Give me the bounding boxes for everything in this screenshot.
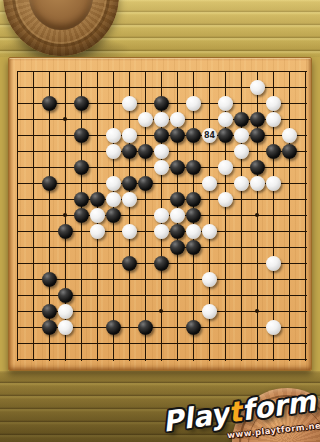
intersection-Q12[interactable] <box>250 176 266 192</box>
intersection-Q13[interactable] <box>250 160 266 176</box>
intersection-P1[interactable] <box>234 352 250 368</box>
intersection-B9[interactable] <box>26 224 42 240</box>
intersection-N13[interactable] <box>202 160 218 176</box>
intersection-C4[interactable] <box>42 304 58 320</box>
intersection-O17[interactable] <box>218 96 234 112</box>
intersection-R16[interactable] <box>266 112 282 128</box>
intersection-A17[interactable] <box>10 96 26 112</box>
intersection-E4[interactable] <box>74 304 90 320</box>
intersection-B7[interactable] <box>26 256 42 272</box>
intersection-K1[interactable] <box>154 352 170 368</box>
intersection-G9[interactable] <box>106 224 122 240</box>
intersection-J9[interactable] <box>138 224 154 240</box>
intersection-K11[interactable] <box>154 192 170 208</box>
intersection-J7[interactable] <box>138 256 154 272</box>
intersection-T18[interactable] <box>298 80 314 96</box>
intersection-F12[interactable] <box>90 176 106 192</box>
intersection-C14[interactable] <box>42 144 58 160</box>
intersection-J17[interactable] <box>138 96 154 112</box>
intersection-F2[interactable] <box>90 336 106 352</box>
intersection-C7[interactable] <box>42 256 58 272</box>
intersection-E8[interactable] <box>74 240 90 256</box>
intersection-C13[interactable] <box>42 160 58 176</box>
intersection-K10[interactable] <box>154 208 170 224</box>
intersection-N15[interactable]: 84 <box>202 128 218 144</box>
intersection-P2[interactable] <box>234 336 250 352</box>
intersection-M15[interactable] <box>186 128 202 144</box>
intersection-F14[interactable] <box>90 144 106 160</box>
intersection-K3[interactable] <box>154 320 170 336</box>
intersection-N4[interactable] <box>202 304 218 320</box>
intersection-T17[interactable] <box>298 96 314 112</box>
intersection-N8[interactable] <box>202 240 218 256</box>
intersection-B14[interactable] <box>26 144 42 160</box>
intersection-J2[interactable] <box>138 336 154 352</box>
intersection-R5[interactable] <box>266 288 282 304</box>
intersection-M3[interactable] <box>186 320 202 336</box>
intersection-J16[interactable] <box>138 112 154 128</box>
intersection-P16[interactable] <box>234 112 250 128</box>
intersection-Q7[interactable] <box>250 256 266 272</box>
intersection-O13[interactable] <box>218 160 234 176</box>
intersection-E13[interactable] <box>74 160 90 176</box>
intersection-D4[interactable] <box>58 304 74 320</box>
intersection-H13[interactable] <box>122 160 138 176</box>
intersection-G5[interactable] <box>106 288 122 304</box>
intersection-F4[interactable] <box>90 304 106 320</box>
intersection-G13[interactable] <box>106 160 122 176</box>
intersection-L8[interactable] <box>170 240 186 256</box>
intersection-G17[interactable] <box>106 96 122 112</box>
intersection-R1[interactable] <box>266 352 282 368</box>
intersection-M18[interactable] <box>186 80 202 96</box>
intersection-J4[interactable] <box>138 304 154 320</box>
intersection-H12[interactable] <box>122 176 138 192</box>
intersection-C5[interactable] <box>42 288 58 304</box>
intersection-C11[interactable] <box>42 192 58 208</box>
intersection-F19[interactable] <box>90 64 106 80</box>
intersection-T6[interactable] <box>298 272 314 288</box>
intersection-A18[interactable] <box>10 80 26 96</box>
intersection-G19[interactable] <box>106 64 122 80</box>
intersection-H17[interactable] <box>122 96 138 112</box>
intersection-T14[interactable] <box>298 144 314 160</box>
intersection-O3[interactable] <box>218 320 234 336</box>
intersection-L2[interactable] <box>170 336 186 352</box>
intersection-C8[interactable] <box>42 240 58 256</box>
intersection-E2[interactable] <box>74 336 90 352</box>
intersection-B10[interactable] <box>26 208 42 224</box>
intersection-F9[interactable] <box>90 224 106 240</box>
intersection-M2[interactable] <box>186 336 202 352</box>
intersection-D15[interactable] <box>58 128 74 144</box>
intersection-R15[interactable] <box>266 128 282 144</box>
intersection-S2[interactable] <box>282 336 298 352</box>
intersection-J19[interactable] <box>138 64 154 80</box>
intersection-J1[interactable] <box>138 352 154 368</box>
intersection-H7[interactable] <box>122 256 138 272</box>
intersection-B17[interactable] <box>26 96 42 112</box>
intersection-C17[interactable] <box>42 96 58 112</box>
intersection-H14[interactable] <box>122 144 138 160</box>
intersection-K6[interactable] <box>154 272 170 288</box>
intersection-F16[interactable] <box>90 112 106 128</box>
intersection-Q5[interactable] <box>250 288 266 304</box>
intersection-D10[interactable] <box>58 208 74 224</box>
intersection-N16[interactable] <box>202 112 218 128</box>
intersection-T9[interactable] <box>298 224 314 240</box>
intersection-S12[interactable] <box>282 176 298 192</box>
intersection-F3[interactable] <box>90 320 106 336</box>
intersection-O19[interactable] <box>218 64 234 80</box>
intersection-M1[interactable] <box>186 352 202 368</box>
intersection-L4[interactable] <box>170 304 186 320</box>
intersection-R8[interactable] <box>266 240 282 256</box>
intersection-S1[interactable] <box>282 352 298 368</box>
intersection-D18[interactable] <box>58 80 74 96</box>
intersection-E7[interactable] <box>74 256 90 272</box>
intersection-S15[interactable] <box>282 128 298 144</box>
intersection-T15[interactable] <box>298 128 314 144</box>
intersection-P4[interactable] <box>234 304 250 320</box>
intersection-R19[interactable] <box>266 64 282 80</box>
intersection-L9[interactable] <box>170 224 186 240</box>
intersection-J5[interactable] <box>138 288 154 304</box>
intersection-M6[interactable] <box>186 272 202 288</box>
intersection-D14[interactable] <box>58 144 74 160</box>
intersection-G6[interactable] <box>106 272 122 288</box>
intersection-H2[interactable] <box>122 336 138 352</box>
intersection-K9[interactable] <box>154 224 170 240</box>
intersection-H10[interactable] <box>122 208 138 224</box>
intersection-E5[interactable] <box>74 288 90 304</box>
intersection-E14[interactable] <box>74 144 90 160</box>
intersection-K15[interactable] <box>154 128 170 144</box>
intersection-S14[interactable] <box>282 144 298 160</box>
intersection-O1[interactable] <box>218 352 234 368</box>
intersection-K18[interactable] <box>154 80 170 96</box>
intersection-N17[interactable] <box>202 96 218 112</box>
intersection-J8[interactable] <box>138 240 154 256</box>
intersection-P3[interactable] <box>234 320 250 336</box>
intersection-S11[interactable] <box>282 192 298 208</box>
intersection-F1[interactable] <box>90 352 106 368</box>
intersection-A8[interactable] <box>10 240 26 256</box>
intersection-Q18[interactable] <box>250 80 266 96</box>
intersection-G8[interactable] <box>106 240 122 256</box>
intersection-F10[interactable] <box>90 208 106 224</box>
intersection-K7[interactable] <box>154 256 170 272</box>
intersection-N10[interactable] <box>202 208 218 224</box>
intersection-G15[interactable] <box>106 128 122 144</box>
intersection-R6[interactable] <box>266 272 282 288</box>
intersection-K5[interactable] <box>154 288 170 304</box>
intersection-L5[interactable] <box>170 288 186 304</box>
intersection-L14[interactable] <box>170 144 186 160</box>
intersection-F15[interactable] <box>90 128 106 144</box>
intersection-C3[interactable] <box>42 320 58 336</box>
intersection-Q8[interactable] <box>250 240 266 256</box>
intersection-J18[interactable] <box>138 80 154 96</box>
intersection-G10[interactable] <box>106 208 122 224</box>
intersection-L12[interactable] <box>170 176 186 192</box>
intersection-R17[interactable] <box>266 96 282 112</box>
intersection-P14[interactable] <box>234 144 250 160</box>
intersection-B1[interactable] <box>26 352 42 368</box>
intersection-C10[interactable] <box>42 208 58 224</box>
intersection-D8[interactable] <box>58 240 74 256</box>
intersection-L16[interactable] <box>170 112 186 128</box>
intersection-N7[interactable] <box>202 256 218 272</box>
intersection-E10[interactable] <box>74 208 90 224</box>
intersection-E6[interactable] <box>74 272 90 288</box>
intersection-B2[interactable] <box>26 336 42 352</box>
intersection-K4[interactable] <box>154 304 170 320</box>
intersection-C1[interactable] <box>42 352 58 368</box>
intersection-M12[interactable] <box>186 176 202 192</box>
intersection-A6[interactable] <box>10 272 26 288</box>
intersection-F5[interactable] <box>90 288 106 304</box>
intersection-H18[interactable] <box>122 80 138 96</box>
intersection-H5[interactable] <box>122 288 138 304</box>
intersection-O5[interactable] <box>218 288 234 304</box>
intersection-Q1[interactable] <box>250 352 266 368</box>
intersection-H16[interactable] <box>122 112 138 128</box>
intersection-L19[interactable] <box>170 64 186 80</box>
intersection-G14[interactable] <box>106 144 122 160</box>
intersection-P9[interactable] <box>234 224 250 240</box>
intersection-L17[interactable] <box>170 96 186 112</box>
intersection-T19[interactable] <box>298 64 314 80</box>
intersection-J14[interactable] <box>138 144 154 160</box>
intersection-M16[interactable] <box>186 112 202 128</box>
intersection-G2[interactable] <box>106 336 122 352</box>
intersection-O4[interactable] <box>218 304 234 320</box>
intersection-A3[interactable] <box>10 320 26 336</box>
intersection-Q16[interactable] <box>250 112 266 128</box>
intersection-J3[interactable] <box>138 320 154 336</box>
intersection-F11[interactable] <box>90 192 106 208</box>
intersection-Q4[interactable] <box>250 304 266 320</box>
intersection-E16[interactable] <box>74 112 90 128</box>
intersection-H11[interactable] <box>122 192 138 208</box>
intersection-N11[interactable] <box>202 192 218 208</box>
intersection-S18[interactable] <box>282 80 298 96</box>
intersection-S16[interactable] <box>282 112 298 128</box>
intersection-D9[interactable] <box>58 224 74 240</box>
intersection-D1[interactable] <box>58 352 74 368</box>
intersection-D6[interactable] <box>58 272 74 288</box>
intersection-M8[interactable] <box>186 240 202 256</box>
intersection-Q9[interactable] <box>250 224 266 240</box>
intersection-Q17[interactable] <box>250 96 266 112</box>
intersection-J10[interactable] <box>138 208 154 224</box>
intersection-O18[interactable] <box>218 80 234 96</box>
intersection-B19[interactable] <box>26 64 42 80</box>
intersection-B15[interactable] <box>26 128 42 144</box>
intersection-O2[interactable] <box>218 336 234 352</box>
intersection-H15[interactable] <box>122 128 138 144</box>
intersection-L11[interactable] <box>170 192 186 208</box>
intersection-E17[interactable] <box>74 96 90 112</box>
intersection-K16[interactable] <box>154 112 170 128</box>
intersection-A7[interactable] <box>10 256 26 272</box>
intersection-S8[interactable] <box>282 240 298 256</box>
intersection-T13[interactable] <box>298 160 314 176</box>
intersection-S3[interactable] <box>282 320 298 336</box>
intersection-C18[interactable] <box>42 80 58 96</box>
intersection-O6[interactable] <box>218 272 234 288</box>
intersection-H19[interactable] <box>122 64 138 80</box>
intersection-D17[interactable] <box>58 96 74 112</box>
intersection-P10[interactable] <box>234 208 250 224</box>
intersection-G3[interactable] <box>106 320 122 336</box>
intersection-E12[interactable] <box>74 176 90 192</box>
intersection-A19[interactable] <box>10 64 26 80</box>
intersection-P11[interactable] <box>234 192 250 208</box>
intersection-S19[interactable] <box>282 64 298 80</box>
intersection-J6[interactable] <box>138 272 154 288</box>
intersection-O8[interactable] <box>218 240 234 256</box>
intersection-O7[interactable] <box>218 256 234 272</box>
intersection-R11[interactable] <box>266 192 282 208</box>
intersection-A15[interactable] <box>10 128 26 144</box>
intersection-E19[interactable] <box>74 64 90 80</box>
intersection-J13[interactable] <box>138 160 154 176</box>
intersection-E18[interactable] <box>74 80 90 96</box>
intersection-C19[interactable] <box>42 64 58 80</box>
intersection-N18[interactable] <box>202 80 218 96</box>
intersection-O9[interactable] <box>218 224 234 240</box>
intersection-Q19[interactable] <box>250 64 266 80</box>
intersection-O11[interactable] <box>218 192 234 208</box>
intersection-D3[interactable] <box>58 320 74 336</box>
intersection-B6[interactable] <box>26 272 42 288</box>
intersection-K12[interactable] <box>154 176 170 192</box>
intersection-Q2[interactable] <box>250 336 266 352</box>
intersection-A2[interactable] <box>10 336 26 352</box>
intersection-M10[interactable] <box>186 208 202 224</box>
intersection-N19[interactable] <box>202 64 218 80</box>
intersection-B8[interactable] <box>26 240 42 256</box>
intersection-E11[interactable] <box>74 192 90 208</box>
intersection-N6[interactable] <box>202 272 218 288</box>
intersection-D2[interactable] <box>58 336 74 352</box>
intersection-G16[interactable] <box>106 112 122 128</box>
intersection-R10[interactable] <box>266 208 282 224</box>
intersection-N5[interactable] <box>202 288 218 304</box>
intersection-A14[interactable] <box>10 144 26 160</box>
intersection-R4[interactable] <box>266 304 282 320</box>
intersection-M13[interactable] <box>186 160 202 176</box>
intersection-A16[interactable] <box>10 112 26 128</box>
intersection-M4[interactable] <box>186 304 202 320</box>
intersection-B16[interactable] <box>26 112 42 128</box>
intersection-S6[interactable] <box>282 272 298 288</box>
intersection-R7[interactable] <box>266 256 282 272</box>
intersection-L15[interactable] <box>170 128 186 144</box>
intersection-R14[interactable] <box>266 144 282 160</box>
intersection-G1[interactable] <box>106 352 122 368</box>
intersection-E1[interactable] <box>74 352 90 368</box>
intersection-T4[interactable] <box>298 304 314 320</box>
intersection-S7[interactable] <box>282 256 298 272</box>
intersection-M14[interactable] <box>186 144 202 160</box>
intersection-D11[interactable] <box>58 192 74 208</box>
intersection-L7[interactable] <box>170 256 186 272</box>
intersection-T1[interactable] <box>298 352 314 368</box>
intersection-L18[interactable] <box>170 80 186 96</box>
intersection-J11[interactable] <box>138 192 154 208</box>
intersection-Q14[interactable] <box>250 144 266 160</box>
intersection-Q6[interactable] <box>250 272 266 288</box>
intersection-F13[interactable] <box>90 160 106 176</box>
intersection-L6[interactable] <box>170 272 186 288</box>
intersection-B4[interactable] <box>26 304 42 320</box>
intersection-B13[interactable] <box>26 160 42 176</box>
intersection-M11[interactable] <box>186 192 202 208</box>
intersection-T2[interactable] <box>298 336 314 352</box>
intersection-H3[interactable] <box>122 320 138 336</box>
intersection-K19[interactable] <box>154 64 170 80</box>
intersection-M7[interactable] <box>186 256 202 272</box>
intersection-P12[interactable] <box>234 176 250 192</box>
intersection-M19[interactable] <box>186 64 202 80</box>
intersection-S4[interactable] <box>282 304 298 320</box>
intersection-D7[interactable] <box>58 256 74 272</box>
intersection-H1[interactable] <box>122 352 138 368</box>
intersection-N1[interactable] <box>202 352 218 368</box>
intersection-K2[interactable] <box>154 336 170 352</box>
intersection-O14[interactable] <box>218 144 234 160</box>
intersection-A12[interactable] <box>10 176 26 192</box>
intersection-O12[interactable] <box>218 176 234 192</box>
intersection-A5[interactable] <box>10 288 26 304</box>
intersection-R13[interactable] <box>266 160 282 176</box>
intersection-D13[interactable] <box>58 160 74 176</box>
intersection-F17[interactable] <box>90 96 106 112</box>
intersection-C16[interactable] <box>42 112 58 128</box>
intersection-P13[interactable] <box>234 160 250 176</box>
intersection-S5[interactable] <box>282 288 298 304</box>
intersection-N12[interactable] <box>202 176 218 192</box>
intersection-G18[interactable] <box>106 80 122 96</box>
intersection-P15[interactable] <box>234 128 250 144</box>
intersection-T7[interactable] <box>298 256 314 272</box>
intersection-F6[interactable] <box>90 272 106 288</box>
intersection-P6[interactable] <box>234 272 250 288</box>
intersection-A4[interactable] <box>10 304 26 320</box>
intersection-N2[interactable] <box>202 336 218 352</box>
intersection-D19[interactable] <box>58 64 74 80</box>
intersection-P8[interactable] <box>234 240 250 256</box>
intersection-E3[interactable] <box>74 320 90 336</box>
intersection-D16[interactable] <box>58 112 74 128</box>
intersection-Q11[interactable] <box>250 192 266 208</box>
intersection-P18[interactable] <box>234 80 250 96</box>
intersection-T16[interactable] <box>298 112 314 128</box>
intersection-E9[interactable] <box>74 224 90 240</box>
intersection-N3[interactable] <box>202 320 218 336</box>
intersection-T10[interactable] <box>298 208 314 224</box>
intersection-R3[interactable] <box>266 320 282 336</box>
intersection-G11[interactable] <box>106 192 122 208</box>
intersection-Q15[interactable] <box>250 128 266 144</box>
intersection-T12[interactable] <box>298 176 314 192</box>
intersection-O10[interactable] <box>218 208 234 224</box>
intersection-S10[interactable] <box>282 208 298 224</box>
intersection-O15[interactable] <box>218 128 234 144</box>
